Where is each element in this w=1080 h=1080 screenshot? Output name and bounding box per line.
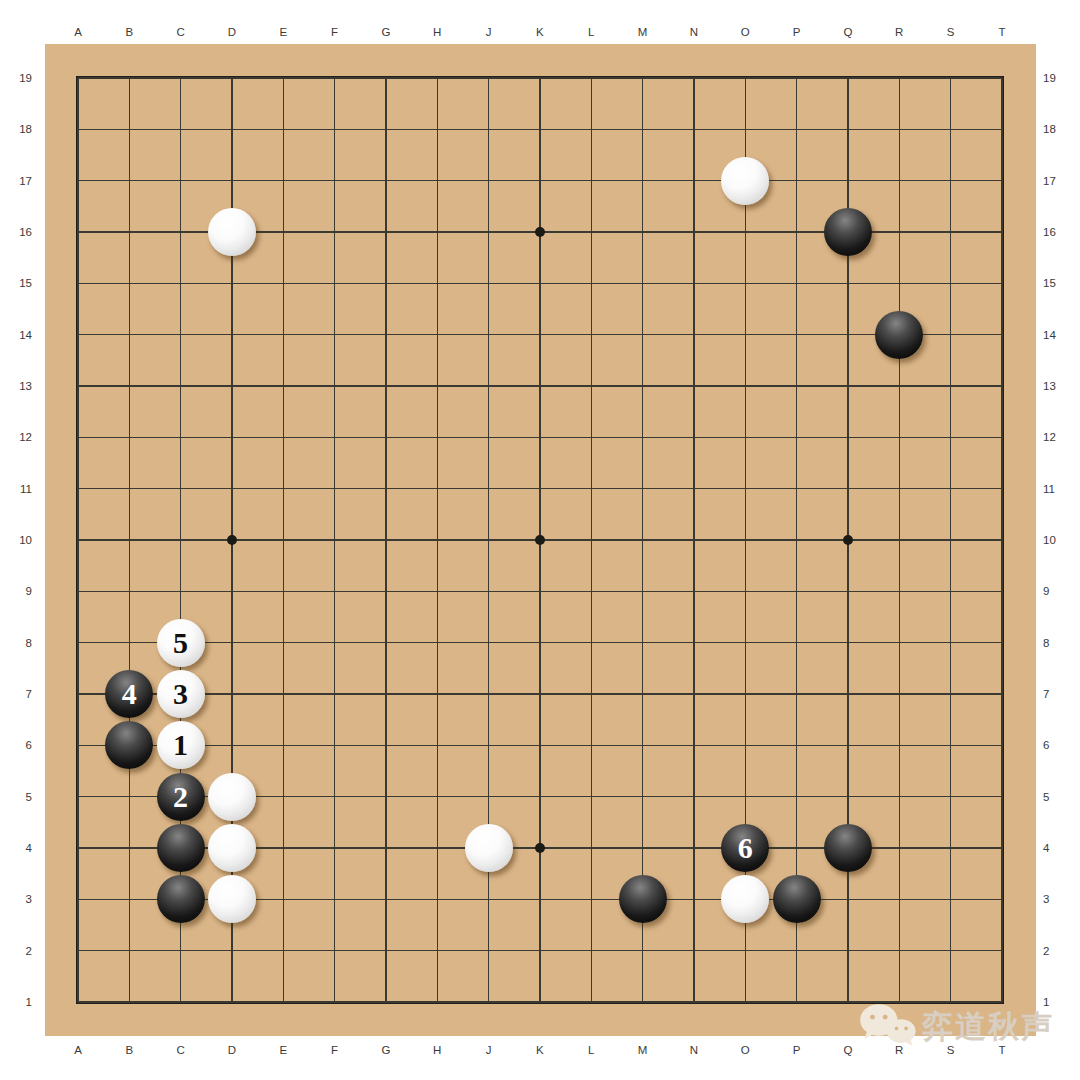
intersection-D15[interactable] xyxy=(206,258,257,309)
intersection-G6[interactable] xyxy=(360,720,411,771)
intersection-S12[interactable] xyxy=(925,412,976,463)
intersection-K4[interactable] xyxy=(514,822,565,873)
intersection-J5[interactable] xyxy=(463,771,514,822)
intersection-F8[interactable] xyxy=(309,617,360,668)
intersection-T8[interactable] xyxy=(976,617,1027,668)
intersection-F5[interactable] xyxy=(309,771,360,822)
intersection-P6[interactable] xyxy=(771,720,822,771)
intersection-P9[interactable] xyxy=(771,566,822,617)
intersection-E13[interactable] xyxy=(258,360,309,411)
intersection-M3[interactable] xyxy=(617,874,668,925)
intersection-E15[interactable] xyxy=(258,258,309,309)
intersection-Q18[interactable] xyxy=(822,104,873,155)
intersection-Q17[interactable] xyxy=(822,155,873,206)
intersection-H19[interactable] xyxy=(412,52,463,103)
intersection-H11[interactable] xyxy=(412,463,463,514)
intersection-L7[interactable] xyxy=(566,668,617,719)
intersection-H14[interactable] xyxy=(412,309,463,360)
intersection-G12[interactable] xyxy=(360,412,411,463)
intersection-A19[interactable] xyxy=(52,52,103,103)
intersection-C1[interactable] xyxy=(155,976,206,1027)
intersection-F16[interactable] xyxy=(309,206,360,257)
intersection-T6[interactable] xyxy=(976,720,1027,771)
intersection-E12[interactable] xyxy=(258,412,309,463)
intersection-A5[interactable] xyxy=(52,771,103,822)
intersection-C9[interactable] xyxy=(155,566,206,617)
intersection-P12[interactable] xyxy=(771,412,822,463)
intersection-D17[interactable] xyxy=(206,155,257,206)
intersection-H5[interactable] xyxy=(412,771,463,822)
intersection-M17[interactable] xyxy=(617,155,668,206)
intersection-M13[interactable] xyxy=(617,360,668,411)
intersection-H17[interactable] xyxy=(412,155,463,206)
intersection-S3[interactable] xyxy=(925,874,976,925)
intersection-B3[interactable] xyxy=(104,874,155,925)
intersection-L15[interactable] xyxy=(566,258,617,309)
intersection-Q15[interactable] xyxy=(822,258,873,309)
intersection-A18[interactable] xyxy=(52,104,103,155)
intersection-F17[interactable] xyxy=(309,155,360,206)
intersection-C3[interactable] xyxy=(155,874,206,925)
intersection-C8[interactable]: 5 xyxy=(155,617,206,668)
intersection-Q8[interactable] xyxy=(822,617,873,668)
intersection-O3[interactable] xyxy=(720,874,771,925)
intersection-P13[interactable] xyxy=(771,360,822,411)
intersection-N5[interactable] xyxy=(668,771,719,822)
intersection-F14[interactable] xyxy=(309,309,360,360)
intersection-G13[interactable] xyxy=(360,360,411,411)
intersection-S15[interactable] xyxy=(925,258,976,309)
intersection-D19[interactable] xyxy=(206,52,257,103)
intersection-L8[interactable] xyxy=(566,617,617,668)
intersection-S18[interactable] xyxy=(925,104,976,155)
intersection-G1[interactable] xyxy=(360,976,411,1027)
intersection-O14[interactable] xyxy=(720,309,771,360)
intersection-J16[interactable] xyxy=(463,206,514,257)
intersection-L9[interactable] xyxy=(566,566,617,617)
intersection-P8[interactable] xyxy=(771,617,822,668)
intersection-A2[interactable] xyxy=(52,925,103,976)
intersection-S8[interactable] xyxy=(925,617,976,668)
intersection-C18[interactable] xyxy=(155,104,206,155)
intersection-A16[interactable] xyxy=(52,206,103,257)
intersection-E6[interactable] xyxy=(258,720,309,771)
intersection-D5[interactable] xyxy=(206,771,257,822)
intersection-Q10[interactable] xyxy=(822,514,873,565)
intersection-N3[interactable] xyxy=(668,874,719,925)
intersection-S10[interactable] xyxy=(925,514,976,565)
intersection-A7[interactable] xyxy=(52,668,103,719)
intersection-K17[interactable] xyxy=(514,155,565,206)
intersection-O18[interactable] xyxy=(720,104,771,155)
intersection-Q12[interactable] xyxy=(822,412,873,463)
intersection-T5[interactable] xyxy=(976,771,1027,822)
intersection-R14[interactable] xyxy=(874,309,925,360)
intersection-T18[interactable] xyxy=(976,104,1027,155)
intersection-D8[interactable] xyxy=(206,617,257,668)
intersection-A12[interactable] xyxy=(52,412,103,463)
intersection-H6[interactable] xyxy=(412,720,463,771)
intersection-H16[interactable] xyxy=(412,206,463,257)
intersection-N1[interactable] xyxy=(668,976,719,1027)
intersection-H2[interactable] xyxy=(412,925,463,976)
intersection-J1[interactable] xyxy=(463,976,514,1027)
intersection-L1[interactable] xyxy=(566,976,617,1027)
intersection-P18[interactable] xyxy=(771,104,822,155)
intersection-C15[interactable] xyxy=(155,258,206,309)
intersection-G17[interactable] xyxy=(360,155,411,206)
intersection-E11[interactable] xyxy=(258,463,309,514)
intersection-L17[interactable] xyxy=(566,155,617,206)
intersection-H7[interactable] xyxy=(412,668,463,719)
intersection-C19[interactable] xyxy=(155,52,206,103)
intersection-K13[interactable] xyxy=(514,360,565,411)
intersection-K18[interactable] xyxy=(514,104,565,155)
intersection-F12[interactable] xyxy=(309,412,360,463)
intersection-L12[interactable] xyxy=(566,412,617,463)
intersection-D1[interactable] xyxy=(206,976,257,1027)
intersection-M8[interactable] xyxy=(617,617,668,668)
intersection-B17[interactable] xyxy=(104,155,155,206)
intersection-K8[interactable] xyxy=(514,617,565,668)
intersection-Q13[interactable] xyxy=(822,360,873,411)
intersection-T19[interactable] xyxy=(976,52,1027,103)
intersection-P4[interactable] xyxy=(771,822,822,873)
intersection-K12[interactable] xyxy=(514,412,565,463)
intersection-D18[interactable] xyxy=(206,104,257,155)
intersection-M10[interactable] xyxy=(617,514,668,565)
intersection-N10[interactable] xyxy=(668,514,719,565)
intersection-L4[interactable] xyxy=(566,822,617,873)
intersection-N19[interactable] xyxy=(668,52,719,103)
intersection-L2[interactable] xyxy=(566,925,617,976)
intersection-T13[interactable] xyxy=(976,360,1027,411)
intersection-D16[interactable] xyxy=(206,206,257,257)
intersection-J15[interactable] xyxy=(463,258,514,309)
intersection-B6[interactable] xyxy=(104,720,155,771)
intersection-K19[interactable] xyxy=(514,52,565,103)
intersection-E9[interactable] xyxy=(258,566,309,617)
intersection-Q2[interactable] xyxy=(822,925,873,976)
intersection-Q7[interactable] xyxy=(822,668,873,719)
intersection-Q6[interactable] xyxy=(822,720,873,771)
intersection-E14[interactable] xyxy=(258,309,309,360)
intersection-A14[interactable] xyxy=(52,309,103,360)
intersection-S9[interactable] xyxy=(925,566,976,617)
intersection-L19[interactable] xyxy=(566,52,617,103)
intersection-B12[interactable] xyxy=(104,412,155,463)
intersection-K9[interactable] xyxy=(514,566,565,617)
intersection-P1[interactable] xyxy=(771,976,822,1027)
intersection-C5[interactable]: 2 xyxy=(155,771,206,822)
intersection-M6[interactable] xyxy=(617,720,668,771)
intersection-F1[interactable] xyxy=(309,976,360,1027)
intersection-T2[interactable] xyxy=(976,925,1027,976)
intersection-H15[interactable] xyxy=(412,258,463,309)
intersection-R19[interactable] xyxy=(874,52,925,103)
intersection-J14[interactable] xyxy=(463,309,514,360)
intersection-R18[interactable] xyxy=(874,104,925,155)
intersection-F13[interactable] xyxy=(309,360,360,411)
intersection-F2[interactable] xyxy=(309,925,360,976)
intersection-A9[interactable] xyxy=(52,566,103,617)
intersection-B2[interactable] xyxy=(104,925,155,976)
intersection-K3[interactable] xyxy=(514,874,565,925)
intersection-L6[interactable] xyxy=(566,720,617,771)
intersection-S4[interactable] xyxy=(925,822,976,873)
intersection-A13[interactable] xyxy=(52,360,103,411)
intersection-P10[interactable] xyxy=(771,514,822,565)
intersection-G4[interactable] xyxy=(360,822,411,873)
intersection-H10[interactable] xyxy=(412,514,463,565)
intersection-R8[interactable] xyxy=(874,617,925,668)
intersection-G11[interactable] xyxy=(360,463,411,514)
intersection-B4[interactable] xyxy=(104,822,155,873)
intersection-R11[interactable] xyxy=(874,463,925,514)
intersection-A8[interactable] xyxy=(52,617,103,668)
intersection-Q9[interactable] xyxy=(822,566,873,617)
intersection-R4[interactable] xyxy=(874,822,925,873)
intersection-B9[interactable] xyxy=(104,566,155,617)
intersection-Q14[interactable] xyxy=(822,309,873,360)
intersection-J17[interactable] xyxy=(463,155,514,206)
intersection-F4[interactable] xyxy=(309,822,360,873)
intersection-G15[interactable] xyxy=(360,258,411,309)
intersection-E1[interactable] xyxy=(258,976,309,1027)
intersection-K11[interactable] xyxy=(514,463,565,514)
intersection-N8[interactable] xyxy=(668,617,719,668)
intersection-T3[interactable] xyxy=(976,874,1027,925)
intersection-F9[interactable] xyxy=(309,566,360,617)
intersection-T11[interactable] xyxy=(976,463,1027,514)
intersection-B7[interactable]: 4 xyxy=(104,668,155,719)
intersection-F19[interactable] xyxy=(309,52,360,103)
intersection-J4[interactable] xyxy=(463,822,514,873)
intersection-E4[interactable] xyxy=(258,822,309,873)
intersection-J7[interactable] xyxy=(463,668,514,719)
intersection-H9[interactable] xyxy=(412,566,463,617)
intersection-T9[interactable] xyxy=(976,566,1027,617)
intersection-O12[interactable] xyxy=(720,412,771,463)
intersection-G3[interactable] xyxy=(360,874,411,925)
intersection-K1[interactable] xyxy=(514,976,565,1027)
intersection-O7[interactable] xyxy=(720,668,771,719)
intersection-M14[interactable] xyxy=(617,309,668,360)
intersection-G5[interactable] xyxy=(360,771,411,822)
intersection-G9[interactable] xyxy=(360,566,411,617)
intersection-O9[interactable] xyxy=(720,566,771,617)
intersection-A1[interactable] xyxy=(52,976,103,1027)
intersection-Q11[interactable] xyxy=(822,463,873,514)
intersection-O1[interactable] xyxy=(720,976,771,1027)
intersection-R13[interactable] xyxy=(874,360,925,411)
intersection-J2[interactable] xyxy=(463,925,514,976)
intersection-C16[interactable] xyxy=(155,206,206,257)
intersection-R3[interactable] xyxy=(874,874,925,925)
intersection-A11[interactable] xyxy=(52,463,103,514)
intersection-O16[interactable] xyxy=(720,206,771,257)
intersection-M11[interactable] xyxy=(617,463,668,514)
intersection-P11[interactable] xyxy=(771,463,822,514)
intersection-P7[interactable] xyxy=(771,668,822,719)
intersection-P15[interactable] xyxy=(771,258,822,309)
intersection-G14[interactable] xyxy=(360,309,411,360)
intersection-E19[interactable] xyxy=(258,52,309,103)
intersection-C12[interactable] xyxy=(155,412,206,463)
intersection-B13[interactable] xyxy=(104,360,155,411)
intersection-O13[interactable] xyxy=(720,360,771,411)
intersection-S17[interactable] xyxy=(925,155,976,206)
intersection-T7[interactable] xyxy=(976,668,1027,719)
intersection-O10[interactable] xyxy=(720,514,771,565)
intersection-O2[interactable] xyxy=(720,925,771,976)
intersection-Q3[interactable] xyxy=(822,874,873,925)
intersection-K7[interactable] xyxy=(514,668,565,719)
intersection-L14[interactable] xyxy=(566,309,617,360)
intersection-E5[interactable] xyxy=(258,771,309,822)
intersection-L5[interactable] xyxy=(566,771,617,822)
intersection-M15[interactable] xyxy=(617,258,668,309)
intersection-G10[interactable] xyxy=(360,514,411,565)
intersection-F15[interactable] xyxy=(309,258,360,309)
intersection-D10[interactable] xyxy=(206,514,257,565)
intersection-E7[interactable] xyxy=(258,668,309,719)
intersection-N2[interactable] xyxy=(668,925,719,976)
intersection-L11[interactable] xyxy=(566,463,617,514)
intersection-D14[interactable] xyxy=(206,309,257,360)
intersection-Q16[interactable] xyxy=(822,206,873,257)
intersection-C13[interactable] xyxy=(155,360,206,411)
intersection-J12[interactable] xyxy=(463,412,514,463)
intersection-F7[interactable] xyxy=(309,668,360,719)
intersection-J13[interactable] xyxy=(463,360,514,411)
intersection-G16[interactable] xyxy=(360,206,411,257)
intersection-J18[interactable] xyxy=(463,104,514,155)
intersection-D11[interactable] xyxy=(206,463,257,514)
intersection-N6[interactable] xyxy=(668,720,719,771)
intersection-H1[interactable] xyxy=(412,976,463,1027)
intersection-R2[interactable] xyxy=(874,925,925,976)
intersection-O17[interactable] xyxy=(720,155,771,206)
intersection-E16[interactable] xyxy=(258,206,309,257)
intersection-C14[interactable] xyxy=(155,309,206,360)
intersection-M4[interactable] xyxy=(617,822,668,873)
intersection-C10[interactable] xyxy=(155,514,206,565)
intersection-D12[interactable] xyxy=(206,412,257,463)
intersection-N16[interactable] xyxy=(668,206,719,257)
intersection-S5[interactable] xyxy=(925,771,976,822)
intersection-B19[interactable] xyxy=(104,52,155,103)
intersection-S2[interactable] xyxy=(925,925,976,976)
intersection-M19[interactable] xyxy=(617,52,668,103)
intersection-T12[interactable] xyxy=(976,412,1027,463)
intersection-D9[interactable] xyxy=(206,566,257,617)
intersection-S7[interactable] xyxy=(925,668,976,719)
intersection-F3[interactable] xyxy=(309,874,360,925)
intersection-Q5[interactable] xyxy=(822,771,873,822)
intersection-P14[interactable] xyxy=(771,309,822,360)
intersection-T17[interactable] xyxy=(976,155,1027,206)
intersection-P5[interactable] xyxy=(771,771,822,822)
intersection-H8[interactable] xyxy=(412,617,463,668)
intersection-R17[interactable] xyxy=(874,155,925,206)
intersection-S13[interactable] xyxy=(925,360,976,411)
intersection-A17[interactable] xyxy=(52,155,103,206)
intersection-N11[interactable] xyxy=(668,463,719,514)
intersection-R16[interactable] xyxy=(874,206,925,257)
intersection-K6[interactable] xyxy=(514,720,565,771)
intersection-T10[interactable] xyxy=(976,514,1027,565)
intersection-B15[interactable] xyxy=(104,258,155,309)
intersection-D3[interactable] xyxy=(206,874,257,925)
intersection-L18[interactable] xyxy=(566,104,617,155)
intersection-S14[interactable] xyxy=(925,309,976,360)
intersection-N9[interactable] xyxy=(668,566,719,617)
intersection-B16[interactable] xyxy=(104,206,155,257)
intersection-G7[interactable] xyxy=(360,668,411,719)
intersection-C4[interactable] xyxy=(155,822,206,873)
intersection-M16[interactable] xyxy=(617,206,668,257)
intersection-R12[interactable] xyxy=(874,412,925,463)
intersection-O8[interactable] xyxy=(720,617,771,668)
intersection-K15[interactable] xyxy=(514,258,565,309)
intersection-B11[interactable] xyxy=(104,463,155,514)
intersection-J8[interactable] xyxy=(463,617,514,668)
intersection-F10[interactable] xyxy=(309,514,360,565)
intersection-R15[interactable] xyxy=(874,258,925,309)
intersection-F6[interactable] xyxy=(309,720,360,771)
intersection-E17[interactable] xyxy=(258,155,309,206)
intersection-B10[interactable] xyxy=(104,514,155,565)
intersection-J3[interactable] xyxy=(463,874,514,925)
intersection-H3[interactable] xyxy=(412,874,463,925)
intersection-K2[interactable] xyxy=(514,925,565,976)
intersection-E10[interactable] xyxy=(258,514,309,565)
intersection-B14[interactable] xyxy=(104,309,155,360)
intersection-R9[interactable] xyxy=(874,566,925,617)
intersection-M7[interactable] xyxy=(617,668,668,719)
intersection-T14[interactable] xyxy=(976,309,1027,360)
intersection-N12[interactable] xyxy=(668,412,719,463)
intersection-O15[interactable] xyxy=(720,258,771,309)
intersection-T16[interactable] xyxy=(976,206,1027,257)
intersection-J9[interactable] xyxy=(463,566,514,617)
intersection-Q19[interactable] xyxy=(822,52,873,103)
intersection-J10[interactable] xyxy=(463,514,514,565)
intersection-G2[interactable] xyxy=(360,925,411,976)
intersection-M2[interactable] xyxy=(617,925,668,976)
intersection-L13[interactable] xyxy=(566,360,617,411)
intersection-C2[interactable] xyxy=(155,925,206,976)
intersection-J19[interactable] xyxy=(463,52,514,103)
intersection-L3[interactable] xyxy=(566,874,617,925)
intersection-T15[interactable] xyxy=(976,258,1027,309)
intersection-T4[interactable] xyxy=(976,822,1027,873)
intersection-F11[interactable] xyxy=(309,463,360,514)
intersection-E18[interactable] xyxy=(258,104,309,155)
intersection-A3[interactable] xyxy=(52,874,103,925)
intersection-J6[interactable] xyxy=(463,720,514,771)
intersection-B5[interactable] xyxy=(104,771,155,822)
intersection-D7[interactable] xyxy=(206,668,257,719)
intersection-M18[interactable] xyxy=(617,104,668,155)
intersection-A6[interactable] xyxy=(52,720,103,771)
intersection-D4[interactable] xyxy=(206,822,257,873)
intersection-F18[interactable] xyxy=(309,104,360,155)
intersection-S16[interactable] xyxy=(925,206,976,257)
intersection-N15[interactable] xyxy=(668,258,719,309)
intersection-N13[interactable] xyxy=(668,360,719,411)
